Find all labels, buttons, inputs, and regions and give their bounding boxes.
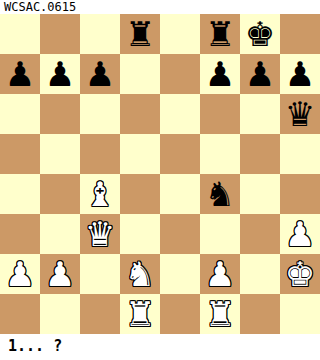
square-a7[interactable]: ♟: [0, 54, 40, 94]
square-f5[interactable]: [200, 134, 240, 174]
square-h1[interactable]: [280, 294, 320, 334]
square-c8[interactable]: [80, 14, 120, 54]
square-g1[interactable]: [240, 294, 280, 334]
square-a4[interactable]: [0, 174, 40, 214]
piece-white-pawn: ♟: [0, 254, 40, 294]
piece-white-rook: ♜: [200, 294, 240, 334]
square-e4[interactable]: [160, 174, 200, 214]
piece-black-rook: ♜: [120, 14, 160, 54]
square-a8[interactable]: [0, 14, 40, 54]
square-e7[interactable]: [160, 54, 200, 94]
piece-black-knight: ♞: [200, 174, 240, 214]
piece-black-pawn: ♟: [40, 54, 80, 94]
piece-white-pawn: ♟: [40, 254, 80, 294]
square-b6[interactable]: [40, 94, 80, 134]
square-f8[interactable]: ♜: [200, 14, 240, 54]
square-c1[interactable]: [80, 294, 120, 334]
square-b1[interactable]: [40, 294, 80, 334]
square-c3[interactable]: ♛: [80, 214, 120, 254]
square-d3[interactable]: [120, 214, 160, 254]
square-b4[interactable]: [40, 174, 80, 214]
piece-white-pawn: ♟: [280, 214, 320, 254]
chess-board: ♜♜♚♟♟♟♟♟♟♛♝♞♛♟♟♟♞♟♚♜♜: [0, 14, 320, 334]
square-b2[interactable]: ♟: [40, 254, 80, 294]
piece-black-pawn: ♟: [240, 54, 280, 94]
square-a1[interactable]: [0, 294, 40, 334]
square-d6[interactable]: [120, 94, 160, 134]
piece-black-pawn: ♟: [280, 54, 320, 94]
square-d1[interactable]: ♜: [120, 294, 160, 334]
square-g4[interactable]: [240, 174, 280, 214]
square-h4[interactable]: [280, 174, 320, 214]
square-c2[interactable]: [80, 254, 120, 294]
square-a5[interactable]: [0, 134, 40, 174]
square-c7[interactable]: ♟: [80, 54, 120, 94]
square-h5[interactable]: [280, 134, 320, 174]
square-f1[interactable]: ♜: [200, 294, 240, 334]
square-h8[interactable]: [280, 14, 320, 54]
square-b5[interactable]: [40, 134, 80, 174]
square-e1[interactable]: [160, 294, 200, 334]
square-c6[interactable]: [80, 94, 120, 134]
move-prompt: 1... ?: [0, 334, 320, 360]
square-f4[interactable]: ♞: [200, 174, 240, 214]
square-g6[interactable]: [240, 94, 280, 134]
square-d2[interactable]: ♞: [120, 254, 160, 294]
square-d4[interactable]: [120, 174, 160, 214]
piece-white-knight: ♞: [120, 254, 160, 294]
square-f2[interactable]: ♟: [200, 254, 240, 294]
piece-black-rook: ♜: [200, 14, 240, 54]
square-d8[interactable]: ♜: [120, 14, 160, 54]
piece-black-pawn: ♟: [0, 54, 40, 94]
square-h2[interactable]: ♚: [280, 254, 320, 294]
square-g3[interactable]: [240, 214, 280, 254]
square-b3[interactable]: [40, 214, 80, 254]
square-b8[interactable]: [40, 14, 80, 54]
square-e3[interactable]: [160, 214, 200, 254]
piece-black-king: ♚: [240, 14, 280, 54]
square-h6[interactable]: ♛: [280, 94, 320, 134]
square-d7[interactable]: [120, 54, 160, 94]
square-c5[interactable]: [80, 134, 120, 174]
square-b7[interactable]: ♟: [40, 54, 80, 94]
square-g8[interactable]: ♚: [240, 14, 280, 54]
square-c4[interactable]: ♝: [80, 174, 120, 214]
square-g5[interactable]: [240, 134, 280, 174]
square-e6[interactable]: [160, 94, 200, 134]
square-h3[interactable]: ♟: [280, 214, 320, 254]
square-a6[interactable]: [0, 94, 40, 134]
puzzle-title: WCSAC.0615: [0, 0, 320, 14]
piece-white-rook: ♜: [120, 294, 160, 334]
piece-black-pawn: ♟: [80, 54, 120, 94]
piece-black-queen: ♛: [280, 94, 320, 134]
piece-white-queen: ♛: [80, 214, 120, 254]
square-f3[interactable]: [200, 214, 240, 254]
piece-white-bishop: ♝: [80, 174, 120, 214]
piece-white-king: ♚: [280, 254, 320, 294]
square-e5[interactable]: [160, 134, 200, 174]
square-h7[interactable]: ♟: [280, 54, 320, 94]
square-a3[interactable]: [0, 214, 40, 254]
square-g7[interactable]: ♟: [240, 54, 280, 94]
square-g2[interactable]: [240, 254, 280, 294]
square-e8[interactable]: [160, 14, 200, 54]
square-f6[interactable]: [200, 94, 240, 134]
square-d5[interactable]: [120, 134, 160, 174]
square-a2[interactable]: ♟: [0, 254, 40, 294]
square-e2[interactable]: [160, 254, 200, 294]
piece-white-pawn: ♟: [200, 254, 240, 294]
piece-black-pawn: ♟: [200, 54, 240, 94]
square-f7[interactable]: ♟: [200, 54, 240, 94]
